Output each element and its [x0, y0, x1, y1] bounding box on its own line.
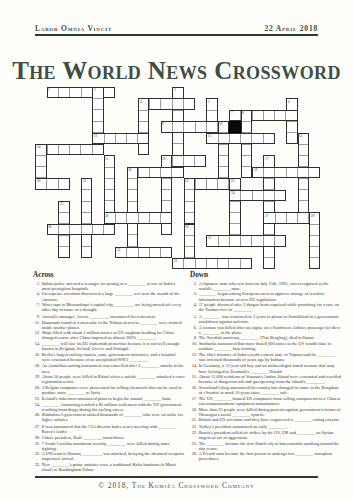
board-cell[interactable]: [93, 110, 102, 121]
clue-text: It was announced that the CIA director h…: [42, 423, 177, 433]
clue-text: In Germany, a 13-year-old boy and an arc…: [199, 363, 335, 373]
clue-number: 13.: [190, 352, 197, 357]
clue-number: 8.: [190, 335, 197, 340]
board-cell[interactable]: [82, 213, 91, 224]
clue-text: Greenpeace scientists discovered a large…: [42, 291, 180, 301]
clue-text: Russia's president called air strikes by…: [199, 429, 334, 439]
board-cell[interactable]: [128, 202, 137, 213]
board-cell[interactable]: [128, 190, 137, 201]
clue-item: 31.7 South Carolina maximum-security ___…: [33, 440, 185, 450]
board-cell[interactable]: [253, 111, 264, 120]
board-cell[interactable]: [196, 259, 207, 268]
clue-text: A ________ was sentenced to 3 years in p…: [199, 313, 339, 323]
clue-number: 33.: [33, 462, 40, 467]
clue-number: 14.: [33, 341, 40, 346]
board-word-22D: [184, 178, 195, 224]
clue-number: 25.: [190, 440, 197, 445]
board-cell[interactable]: [173, 144, 182, 155]
board-cell[interactable]: [299, 156, 308, 167]
clue-number: 30.: [190, 451, 197, 456]
clue-number: 14.: [190, 363, 197, 368]
clue-text: Water taps in Mozambique's capital city,…: [42, 302, 182, 312]
board-cell[interactable]: [219, 156, 228, 167]
board-cell[interactable]: [93, 145, 103, 154]
board-cell[interactable]: [139, 111, 148, 122]
cell-number: 25: [60, 202, 63, 205]
clue-text: Swaziland's king announced his country h…: [199, 385, 339, 395]
board-cell[interactable]: [230, 202, 239, 213]
board-cell[interactable]: [59, 179, 69, 188]
clue-number: 22.: [190, 423, 197, 428]
board-cell[interactable]: [139, 122, 148, 133]
board-cell[interactable]: [207, 122, 218, 131]
board-cell[interactable]: [105, 168, 114, 179]
clue-item: 30.A French man became the first person …: [190, 451, 342, 461]
board-cell[interactable]: [173, 99, 184, 108]
cell-number: 29: [311, 214, 314, 217]
board-word-19A: [252, 167, 320, 178]
board-cell[interactable]: [93, 99, 102, 110]
board-cell[interactable]: [139, 248, 150, 257]
board-cell[interactable]: [139, 168, 150, 177]
board-cell[interactable]: [275, 168, 286, 177]
cell-number: 12: [208, 134, 211, 137]
board-cell[interactable]: [196, 122, 207, 131]
board-cell[interactable]: [287, 133, 296, 143]
board-word-24A: [229, 190, 286, 201]
cell-number: 16: [162, 157, 165, 160]
board-word-1A: [47, 87, 115, 98]
clue-item: 18.An Australian surfing tournament was …: [33, 363, 185, 373]
board-cell[interactable]: [253, 191, 264, 200]
board-cell[interactable]: [59, 236, 68, 247]
clue-item: 4.Greenpeace scientists discovered a lar…: [33, 291, 185, 301]
board-cell[interactable]: [219, 236, 230, 245]
cell-number: 26: [105, 214, 108, 217]
board-cell[interactable]: [173, 122, 184, 131]
cell-number: 4: [140, 100, 142, 103]
board-cell[interactable]: [252, 236, 263, 245]
board-cell[interactable]: [242, 122, 251, 133]
board-cell[interactable]: [82, 190, 91, 201]
masthead-date: 22 April 2018: [264, 24, 318, 33]
footer-credit: © 2018, The Komiža Crossword Company: [0, 481, 353, 490]
crossword-board: 1234567891011121314151617181920212223242…: [24, 87, 332, 270]
cell-number: 14: [37, 145, 40, 148]
board-cell[interactable]: [105, 201, 114, 212]
board-cell[interactable]: [310, 247, 319, 258]
board-cell[interactable]: [161, 99, 172, 108]
board-cell[interactable]: [82, 202, 91, 213]
board-cell[interactable]: [185, 247, 194, 258]
board-cell[interactable]: [287, 168, 298, 177]
masthead-rule: [35, 34, 318, 36]
board-cell[interactable]: [184, 156, 195, 165]
board-cell[interactable]: [105, 179, 114, 190]
clue-text: 7 South Carolina maximum-security ______…: [42, 440, 170, 450]
clue-number: 31.: [33, 440, 40, 445]
board-cell[interactable]: [93, 122, 102, 133]
board-cell[interactable]: [230, 236, 241, 245]
clue-item: 18.More than 25 people were killed durin…: [190, 407, 342, 417]
board-cell[interactable]: [128, 224, 137, 235]
clue-item: 21.British and US scientists said they h…: [190, 417, 342, 422]
clue-item: 32.A UN team in Douma, ________, was att…: [33, 451, 185, 461]
cell-number: 18: [128, 168, 131, 171]
board-cell[interactable]: [298, 168, 309, 177]
clue-text: A UN team in Douma, ________, was attack…: [42, 451, 184, 461]
board-word-11A: [92, 133, 149, 144]
board-cell[interactable]: [219, 145, 228, 156]
clue-item: 25.The ________ became the first Dutch c…: [190, 440, 342, 450]
clue-text: About 11,000 residents of Vanuatu's Amba…: [199, 374, 341, 384]
board-cell[interactable]: [139, 144, 148, 154]
cell-number: 6: [288, 100, 290, 103]
clue-number: 2.: [190, 280, 197, 285]
clue-item: 22.Iceland's fishermen announced plans t…: [33, 396, 185, 401]
board-cell[interactable]: [48, 145, 59, 154]
board-cell[interactable]: [173, 133, 182, 144]
board-cell[interactable]: [242, 156, 251, 167]
clue-number: 22.: [33, 396, 40, 401]
clue-text: Berlin's largest railway station, some g…: [42, 352, 176, 362]
board-cell[interactable]: [286, 111, 296, 120]
clue-text: Iceland's fishermen announced plans to b…: [42, 396, 172, 401]
board-cell[interactable]: [275, 191, 285, 200]
board-cell[interactable]: [162, 179, 171, 190]
clue-text: Diamonds found in a meteorite in the Nub…: [42, 319, 182, 329]
board-cell[interactable]: [310, 225, 319, 236]
cell-number: 24: [231, 191, 234, 194]
board-cell[interactable]: [299, 190, 308, 201]
clue-text: Turkey's president announced an early __…: [199, 423, 287, 428]
board-cell[interactable]: [161, 168, 172, 177]
clue-text: The chief minister of India's north-east…: [199, 352, 336, 362]
board-cell[interactable]: [264, 134, 274, 143]
board-cell[interactable]: [207, 111, 216, 122]
board-word-31A: [206, 235, 286, 246]
board-cell[interactable]: [185, 202, 194, 213]
board-cell[interactable]: [116, 134, 127, 143]
board-cell[interactable]: [207, 179, 218, 188]
board-cell[interactable]: [127, 213, 138, 222]
cell-number: 21: [83, 179, 86, 182]
board-cell[interactable]: [218, 259, 229, 268]
clue-item: 22.Turkey's president announced an early…: [190, 423, 342, 428]
cell-number: 3: [174, 88, 176, 91]
cell-number: 31: [208, 236, 211, 239]
clue-number: 7.: [33, 302, 40, 307]
board-cell[interactable]: [184, 259, 195, 268]
cell-number: 32: [117, 248, 120, 251]
clue-number: 18.: [190, 407, 197, 412]
board-cell[interactable]: [219, 167, 228, 178]
board-cell[interactable]: [139, 213, 150, 222]
board-cell[interactable]: [230, 213, 239, 224]
board-word-8D: [241, 110, 252, 178]
board-cell[interactable]: [264, 168, 275, 177]
clue-text: An Australian surfing tournament was can…: [42, 363, 184, 373]
board-cell[interactable]: [184, 99, 194, 108]
page-title: The World News Crossword: [0, 57, 353, 85]
board-cell[interactable]: [264, 247, 273, 258]
board-cell[interactable]: [264, 202, 273, 213]
board-cell[interactable]: [173, 156, 184, 165]
board-cell[interactable]: [310, 236, 319, 247]
board-cell[interactable]: [105, 190, 114, 201]
board-cell[interactable]: [173, 111, 182, 122]
clue-text: A French man became the first person to …: [199, 451, 332, 461]
board-cell[interactable]: [241, 236, 252, 245]
board-cell[interactable]: [105, 134, 116, 143]
board-cell[interactable]: [207, 259, 218, 268]
board-cell[interactable]: [70, 88, 81, 97]
board-word-20A: [35, 178, 69, 189]
cell-number: 11: [94, 134, 97, 137]
board-word-29D: [309, 212, 320, 269]
board-cell[interactable]: [162, 224, 171, 234]
board-cell[interactable]: [93, 225, 104, 234]
clue-text: 17 people drowned after 2 dragon boats c…: [199, 302, 339, 312]
clue-item: 1.Indian police arrested a teenager for …: [33, 280, 185, 290]
clue-number: 11.: [33, 319, 40, 324]
board-cell[interactable]: [229, 259, 240, 268]
board-cell[interactable]: [82, 235, 91, 246]
board-cell[interactable]: [252, 134, 263, 143]
across-clue-list: 1.Indian police arrested a teenager for …: [33, 280, 185, 472]
cell-number: 28: [48, 225, 51, 228]
board-cell[interactable]: [127, 134, 138, 143]
clue-item: 10.Starbucks announced that more than 8,…: [190, 341, 342, 351]
board-cell[interactable]: [230, 134, 241, 143]
board-cell[interactable]: [264, 258, 273, 268]
clue-item: 4.17 people drowned after 2 dragon boats…: [190, 302, 342, 312]
board-word-28A: [47, 224, 115, 235]
board-cell[interactable]: [172, 168, 182, 177]
board-word-32A: [115, 247, 172, 258]
board-cell[interactable]: [150, 99, 161, 108]
newspaper-page: Labor Omnia Vincit 22 April 2018 The Wor…: [0, 0, 353, 500]
board-cell[interactable]: [150, 213, 161, 222]
board-cell[interactable]: [276, 213, 287, 222]
clue-number: 4.: [190, 302, 197, 307]
board-cell[interactable]: [185, 190, 194, 201]
board-cell[interactable]: [70, 145, 81, 154]
clue-item: 33.New ________'s prime minister wore a …: [33, 462, 185, 472]
clue-number: 6.: [190, 324, 197, 329]
clue-text: The ________ became the first Dutch city…: [199, 440, 340, 450]
board-cell[interactable]: [275, 111, 286, 120]
clue-item: 28.Cuba's president, Raúl ________, stoo…: [33, 434, 185, 439]
black-cell: [229, 121, 240, 132]
clue-number: 10.: [190, 341, 197, 346]
clue-text: More than 25 people were killed during p…: [199, 407, 341, 417]
board-cell[interactable]: [47, 179, 58, 188]
clue-item: 17.The US ________ banned US companies f…: [190, 396, 342, 406]
board-cell[interactable]: [185, 213, 194, 223]
clue-item: 24.________ Armstrong reached a $5 milli…: [33, 402, 185, 412]
clue-item: 14.In Germany, a 13-year-old boy and an …: [190, 363, 342, 373]
clue-number: 9.: [33, 313, 40, 318]
board-cell[interactable]: [310, 258, 319, 268]
clue-text: Zimbabwe's government sacked thousands o…: [42, 412, 183, 422]
clue-text: Indian police arrested a teenager for po…: [42, 280, 176, 290]
board-cell[interactable]: [241, 191, 252, 200]
board-cell[interactable]: [59, 88, 70, 97]
board-cell[interactable]: [195, 156, 205, 165]
clue-number: 27.: [33, 423, 40, 428]
board-cell[interactable]: [185, 236, 194, 247]
board-cell[interactable]: [299, 201, 308, 212]
across-clues-column: Across 1.Indian police arrested a teenag…: [33, 271, 187, 500]
board-cell[interactable]: [36, 156, 45, 167]
cell-number: 33: [174, 259, 177, 262]
board-cell[interactable]: [59, 213, 68, 224]
clue-number: 16.: [190, 385, 197, 390]
board-cell[interactable]: [116, 213, 127, 222]
clue-number: 24.: [33, 402, 40, 407]
cell-number: 10: [219, 122, 222, 125]
board-cell[interactable]: [219, 134, 230, 143]
board-cell[interactable]: [82, 247, 91, 257]
clue-item: 12.Ships filled with about 1 million ton…: [33, 330, 185, 340]
clue-item: 19.About 50 people were killed in Kabul …: [33, 374, 185, 384]
board-cell[interactable]: [82, 225, 93, 234]
clue-number: 19.: [33, 374, 40, 379]
board-word-33A: [172, 258, 252, 269]
board-cell[interactable]: [36, 167, 45, 178]
board-cell[interactable]: [59, 247, 68, 257]
board-cell[interactable]: [218, 179, 229, 188]
clue-number: 15.: [190, 374, 197, 379]
clue-item: 20.3 Belgian companies were prosecuted f…: [33, 385, 185, 395]
clue-text: Cuba's president, Raúl ________, stood d…: [42, 434, 125, 439]
board-cell[interactable]: [81, 145, 92, 154]
board-cell[interactable]: [299, 145, 308, 156]
board-cell[interactable]: [299, 179, 308, 190]
cell-number: 2: [94, 88, 96, 91]
clue-item: 13.The chief minister of India's north-e…: [190, 352, 342, 362]
board-cell[interactable]: [59, 225, 70, 234]
clue-item: 15.About 11,000 residents of Vanuatu's A…: [190, 374, 342, 384]
clue-text: ________ began asking European users to …: [199, 291, 325, 301]
cell-number: 13: [299, 134, 302, 137]
clue-number: 23.: [190, 429, 197, 434]
cell-number: 17: [265, 157, 268, 160]
board-cell[interactable]: [104, 88, 114, 97]
cell-number: 20: [37, 179, 40, 182]
clue-number: 21.: [190, 417, 197, 422]
board-cell[interactable]: [241, 134, 252, 143]
board-cell[interactable]: [264, 224, 273, 235]
board-cell[interactable]: [242, 145, 251, 156]
board-cell[interactable]: [264, 111, 275, 120]
down-clues-column: Down 2.A Japanese man who was born on Ju…: [190, 271, 344, 500]
clue-item: 26.Zimbabwe's government sacked thousand…: [33, 412, 185, 422]
clue-number: 32.: [33, 451, 40, 456]
board-cell[interactable]: [275, 236, 285, 245]
board-cell[interactable]: [230, 224, 239, 235]
clue-text: A Japanese man who was born on July 25th…: [199, 280, 329, 290]
board-word-12A: [206, 133, 274, 144]
board-cell[interactable]: [287, 213, 298, 222]
clue-number: 3.: [190, 291, 197, 296]
cell-number: 22: [185, 179, 188, 182]
clue-item: 2.A Japanese man who was born on July 25…: [190, 280, 342, 290]
board-cell[interactable]: [127, 248, 138, 257]
cell-number: 19: [254, 168, 257, 171]
clue-item: 14.________ will lose its EU trademark p…: [33, 341, 185, 351]
cell-number: 30: [185, 225, 188, 228]
clue-text: The US ________ banned US companies from…: [199, 396, 341, 406]
board-word-21D: [81, 178, 92, 258]
clue-text: Arsenal's manager, Arsene ________, anno…: [42, 313, 157, 318]
board-cell[interactable]: [162, 201, 171, 212]
board-cell[interactable]: [287, 122, 296, 133]
board-cell[interactable]: [264, 236, 275, 245]
board-word-26A: [104, 212, 172, 223]
board-cell[interactable]: [161, 213, 171, 222]
board-cell[interactable]: [150, 168, 161, 177]
clue-number: 5.: [190, 313, 197, 318]
board-cell[interactable]: [196, 179, 207, 188]
clue-text: About 50 people were killed in Kabul whe…: [42, 374, 185, 384]
cell-number: 23: [231, 179, 234, 182]
board-cell[interactable]: [128, 235, 137, 246]
board-cell[interactable]: [70, 225, 81, 234]
board-cell[interactable]: [241, 259, 251, 268]
board-cell[interactable]: [82, 88, 93, 97]
board-cell[interactable]: [184, 122, 195, 131]
board-cell[interactable]: [138, 134, 148, 143]
clue-number: 1.: [33, 280, 40, 285]
board-cell[interactable]: [104, 225, 114, 234]
down-heading: Down: [190, 271, 342, 279]
down-clue-list: 2.A Japanese man who was born on July 25…: [190, 280, 342, 461]
clue-item: 27.It was announced that the CIA directo…: [33, 423, 185, 433]
clue-item: 3.________ began asking European users t…: [190, 291, 342, 301]
masthead-motto: Labor Omnia Vincit: [35, 24, 112, 33]
clue-item: 7.Water taps in Mozambique's capital cit…: [33, 302, 185, 312]
cell-number: 8: [242, 111, 244, 114]
clue-text: Ships filled with about 1 million tonnes…: [42, 330, 174, 340]
board-cell[interactable]: [242, 167, 251, 177]
clue-item: 8.The Swedish musician, ________ (Tim Be…: [190, 335, 342, 340]
board-word-6D: [286, 98, 297, 144]
board-cell[interactable]: [161, 248, 171, 257]
cell-number: 5: [208, 100, 210, 103]
clue-item: 16.Berlin's largest railway station, som…: [33, 352, 185, 362]
board-cell[interactable]: [150, 248, 161, 257]
board-cell[interactable]: [162, 190, 171, 201]
clue-text: 3 Belgian companies were prosecuted for …: [42, 385, 182, 395]
cell-number: 15: [105, 157, 108, 160]
footer-rule: [35, 476, 318, 478]
clue-text: A woman was killed after an engine on a …: [199, 324, 341, 334]
board-cell[interactable]: [264, 179, 273, 190]
clue-item: 23.Russia's president called air strikes…: [190, 429, 342, 439]
board-cell[interactable]: [59, 145, 70, 154]
board-cell[interactable]: [309, 168, 319, 177]
board-cell[interactable]: [128, 179, 137, 190]
clue-text: British and US scientists said they have…: [199, 417, 341, 422]
clue-text: Starbucks announced that more than 8,000…: [199, 341, 332, 351]
clue-number: 18.: [33, 363, 40, 368]
cell-number: 27: [265, 214, 268, 217]
board-cell[interactable]: [264, 191, 275, 200]
clue-item: 9.Arsenal's manager, Arsene ________, an…: [33, 313, 185, 318]
board-cell[interactable]: [298, 213, 309, 222]
